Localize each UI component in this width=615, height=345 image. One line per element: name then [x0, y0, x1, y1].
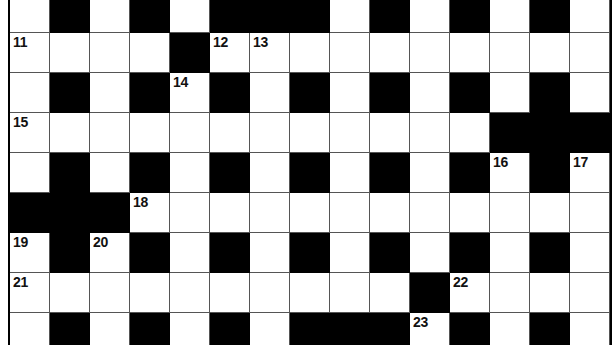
clue-number: 13 — [253, 34, 268, 50]
clue-number: 23 — [413, 314, 428, 330]
white-cell[interactable] — [450, 33, 490, 73]
white-cell[interactable] — [530, 33, 570, 73]
white-cell[interactable] — [530, 193, 570, 233]
white-cell[interactable] — [290, 113, 330, 153]
white-cell[interactable]: 21 — [10, 273, 50, 313]
white-cell[interactable] — [50, 273, 90, 313]
white-cell[interactable] — [330, 193, 370, 233]
black-cell — [450, 0, 490, 33]
black-cell — [370, 0, 410, 33]
black-cell — [170, 33, 210, 73]
black-cell — [130, 0, 170, 33]
black-cell — [530, 153, 570, 193]
black-cell — [290, 0, 330, 33]
clue-number: 19 — [13, 234, 28, 250]
black-cell — [370, 233, 410, 273]
clue-number: 18 — [133, 194, 148, 210]
white-cell[interactable] — [490, 73, 530, 113]
white-cell[interactable] — [410, 113, 450, 153]
white-cell[interactable]: 20 — [90, 233, 130, 273]
white-cell[interactable] — [170, 313, 210, 345]
white-cell[interactable]: 18 — [130, 193, 170, 233]
white-cell[interactable]: 19 — [10, 233, 50, 273]
white-cell[interactable]: 16 — [490, 153, 530, 193]
black-cell — [450, 233, 490, 273]
clue-number: 14 — [173, 74, 188, 90]
black-cell — [530, 0, 570, 33]
black-cell — [450, 153, 490, 193]
white-cell[interactable]: 22 — [450, 273, 490, 313]
white-cell[interactable] — [490, 33, 530, 73]
white-cell[interactable] — [170, 233, 210, 273]
black-cell — [50, 0, 90, 33]
white-cell[interactable] — [50, 33, 90, 73]
clue-number: 16 — [493, 154, 508, 170]
white-cell[interactable] — [490, 313, 530, 345]
crossword-board: 11121314151617181920212223 — [8, 0, 612, 345]
white-cell[interactable] — [410, 233, 450, 273]
black-cell — [50, 73, 90, 113]
white-cell[interactable] — [490, 193, 530, 233]
white-cell[interactable] — [410, 0, 450, 33]
black-cell — [530, 233, 570, 273]
black-cell — [130, 233, 170, 273]
white-cell[interactable] — [250, 113, 290, 153]
black-cell — [90, 193, 130, 233]
white-cell[interactable] — [170, 153, 210, 193]
black-cell — [50, 313, 90, 345]
clue-number: 15 — [13, 114, 28, 130]
white-cell[interactable] — [90, 0, 130, 33]
white-cell[interactable] — [90, 313, 130, 345]
white-cell[interactable] — [330, 33, 370, 73]
black-cell — [450, 73, 490, 113]
black-cell — [50, 153, 90, 193]
black-cell — [530, 73, 570, 113]
white-cell[interactable] — [570, 273, 610, 313]
white-cell[interactable] — [450, 113, 490, 153]
white-cell[interactable]: 13 — [250, 33, 290, 73]
white-cell[interactable] — [90, 113, 130, 153]
white-cell[interactable]: 12 — [210, 33, 250, 73]
white-cell[interactable] — [330, 273, 370, 313]
black-cell — [490, 113, 530, 153]
white-cell[interactable] — [250, 73, 290, 113]
crossword-screenshot: 11121314151617181920212223 — [0, 0, 615, 345]
white-cell[interactable] — [250, 193, 290, 233]
white-cell[interactable] — [570, 313, 610, 345]
crossword-grid: 11121314151617181920212223 — [10, 0, 610, 345]
clue-number: 12 — [213, 34, 228, 50]
black-cell — [210, 313, 250, 345]
white-cell[interactable] — [450, 193, 490, 233]
black-cell — [530, 313, 570, 345]
white-cell[interactable] — [90, 73, 130, 113]
black-cell — [290, 153, 330, 193]
white-cell[interactable] — [90, 273, 130, 313]
black-cell — [130, 313, 170, 345]
white-cell[interactable] — [10, 0, 50, 33]
white-cell[interactable] — [370, 273, 410, 313]
white-cell[interactable] — [570, 193, 610, 233]
white-cell[interactable] — [170, 0, 210, 33]
white-cell[interactable] — [410, 153, 450, 193]
white-cell[interactable] — [10, 313, 50, 345]
clue-number: 22 — [453, 274, 468, 290]
black-cell — [290, 73, 330, 113]
black-cell — [330, 313, 370, 345]
white-cell[interactable]: 14 — [170, 73, 210, 113]
white-cell[interactable] — [90, 33, 130, 73]
white-cell[interactable] — [330, 113, 370, 153]
white-cell[interactable] — [570, 73, 610, 113]
white-cell[interactable] — [250, 233, 290, 273]
black-cell — [10, 193, 50, 233]
black-cell — [130, 153, 170, 193]
white-cell[interactable] — [490, 0, 530, 33]
white-cell[interactable] — [570, 33, 610, 73]
white-cell[interactable] — [530, 273, 570, 313]
white-cell[interactable] — [330, 233, 370, 273]
white-cell[interactable] — [570, 0, 610, 33]
black-cell — [530, 113, 570, 153]
white-cell[interactable] — [130, 273, 170, 313]
white-cell[interactable] — [410, 193, 450, 233]
white-cell[interactable]: 23 — [410, 313, 450, 345]
black-cell — [210, 73, 250, 113]
white-cell[interactable] — [570, 233, 610, 273]
black-cell — [210, 153, 250, 193]
clue-number: 11 — [13, 34, 27, 50]
white-cell[interactable] — [490, 273, 530, 313]
black-cell — [130, 73, 170, 113]
white-cell[interactable] — [170, 113, 210, 153]
white-cell[interactable] — [250, 313, 290, 345]
white-cell[interactable] — [10, 73, 50, 113]
white-cell[interactable] — [410, 73, 450, 113]
white-cell[interactable] — [130, 113, 170, 153]
black-cell — [290, 233, 330, 273]
black-cell — [570, 113, 610, 153]
white-cell[interactable] — [90, 153, 130, 193]
white-cell[interactable] — [250, 153, 290, 193]
black-cell — [370, 313, 410, 345]
white-cell[interactable] — [250, 273, 290, 313]
clue-number: 21 — [13, 274, 28, 290]
black-cell — [290, 313, 330, 345]
black-cell — [50, 193, 90, 233]
white-cell[interactable] — [10, 153, 50, 193]
white-cell[interactable] — [210, 113, 250, 153]
white-cell[interactable] — [210, 193, 250, 233]
black-cell — [370, 73, 410, 113]
white-cell[interactable] — [50, 113, 90, 153]
black-cell — [450, 313, 490, 345]
white-cell[interactable] — [330, 73, 370, 113]
white-cell[interactable] — [290, 273, 330, 313]
white-cell[interactable]: 15 — [10, 113, 50, 153]
black-cell — [210, 0, 250, 33]
black-cell — [370, 153, 410, 193]
white-cell[interactable] — [330, 153, 370, 193]
white-cell[interactable] — [290, 33, 330, 73]
black-cell — [410, 273, 450, 313]
white-cell[interactable] — [370, 113, 410, 153]
black-cell — [250, 0, 290, 33]
clue-number: 20 — [93, 234, 108, 250]
white-cell[interactable] — [210, 273, 250, 313]
white-cell[interactable] — [170, 273, 210, 313]
clue-number: 17 — [573, 154, 588, 170]
white-cell[interactable] — [370, 193, 410, 233]
white-cell[interactable] — [130, 33, 170, 73]
white-cell[interactable] — [290, 193, 330, 233]
white-cell[interactable] — [410, 33, 450, 73]
white-cell[interactable]: 17 — [570, 153, 610, 193]
black-cell — [50, 233, 90, 273]
white-cell[interactable]: 11 — [10, 33, 50, 73]
white-cell[interactable] — [490, 233, 530, 273]
white-cell[interactable] — [330, 0, 370, 33]
black-cell — [210, 233, 250, 273]
white-cell[interactable] — [170, 193, 210, 233]
white-cell[interactable] — [370, 33, 410, 73]
